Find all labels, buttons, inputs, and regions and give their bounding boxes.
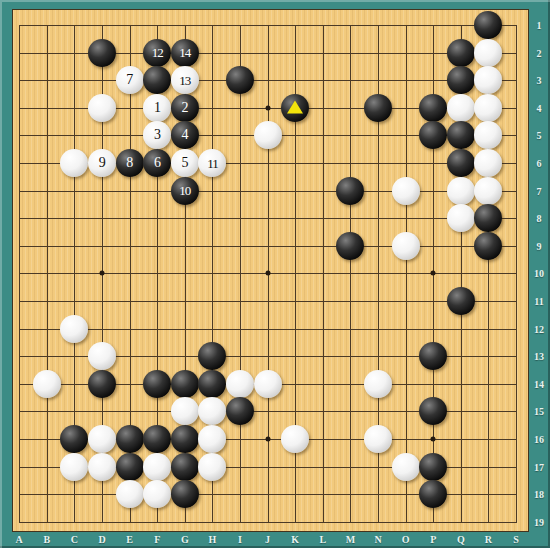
white-stone-K16[interactable]	[281, 425, 309, 453]
black-stone-R1[interactable]	[474, 11, 502, 39]
column-label-L: L	[319, 534, 326, 545]
black-stone-M9[interactable]	[336, 232, 364, 260]
column-label-K: K	[291, 534, 299, 545]
white-stone-H15[interactable]	[198, 397, 226, 425]
black-stone-Q3[interactable]	[447, 66, 475, 94]
white-stone-H16[interactable]	[198, 425, 226, 453]
black-stone-Q5[interactable]	[447, 121, 475, 149]
white-stone-B14[interactable]	[33, 370, 61, 398]
black-stone-G14[interactable]	[171, 370, 199, 398]
black-stone-H14[interactable]	[198, 370, 226, 398]
column-label-O: O	[402, 534, 410, 545]
black-stone-K4[interactable]	[281, 94, 309, 122]
star-point-P10	[431, 271, 436, 276]
column-label-G: G	[181, 534, 189, 545]
move-number-label: 10	[179, 184, 190, 197]
white-stone-R4[interactable]	[474, 94, 502, 122]
grid-line-v-I	[240, 25, 241, 523]
black-stone-P18[interactable]	[419, 480, 447, 508]
column-label-A: A	[16, 534, 23, 545]
column-label-H: H	[209, 534, 217, 545]
white-stone-R3[interactable]	[474, 66, 502, 94]
black-stone-P15[interactable]	[419, 397, 447, 425]
black-stone-M7[interactable]	[336, 177, 364, 205]
white-stone-D4[interactable]	[88, 94, 116, 122]
triangle-marker-icon	[287, 100, 303, 113]
row-label-5: 5	[537, 130, 542, 141]
move-number-label: 12	[152, 46, 163, 59]
white-stone-G3[interactable]: 13	[171, 66, 199, 94]
move-number-label: 3	[154, 128, 161, 142]
row-label-4: 4	[537, 102, 542, 113]
white-stone-R7[interactable]	[474, 177, 502, 205]
move-number-label: 6	[154, 156, 161, 170]
column-label-D: D	[98, 534, 105, 545]
black-stone-R8[interactable]	[474, 204, 502, 232]
row-label-7: 7	[537, 185, 542, 196]
black-stone-I3[interactable]	[226, 66, 254, 94]
grid-line-v-L	[323, 25, 324, 523]
white-stone-Q7[interactable]	[447, 177, 475, 205]
star-point-J4	[265, 105, 270, 110]
white-stone-C12[interactable]	[60, 315, 88, 343]
column-label-I: I	[238, 534, 242, 545]
black-stone-G4[interactable]: 2	[171, 94, 199, 122]
black-stone-E17[interactable]	[116, 453, 144, 481]
grid-line-v-B	[47, 25, 48, 523]
row-label-8: 8	[537, 213, 542, 224]
column-label-N: N	[374, 534, 381, 545]
white-stone-E3[interactable]: 7	[116, 66, 144, 94]
column-label-R: R	[485, 534, 492, 545]
row-label-6: 6	[537, 158, 542, 169]
move-number-label: 9	[99, 156, 106, 170]
star-point-P16	[431, 437, 436, 442]
star-point-D10	[100, 271, 105, 276]
row-label-13: 13	[534, 351, 544, 362]
move-number-label: 1	[154, 101, 161, 115]
black-stone-G2[interactable]: 14	[171, 39, 199, 67]
white-stone-F4[interactable]: 1	[143, 94, 171, 122]
row-label-17: 17	[534, 461, 544, 472]
black-stone-G7[interactable]: 10	[171, 177, 199, 205]
white-stone-Q4[interactable]	[447, 94, 475, 122]
black-stone-D2[interactable]	[88, 39, 116, 67]
black-stone-Q11[interactable]	[447, 287, 475, 315]
move-number-label: 14	[179, 46, 190, 59]
white-stone-H6[interactable]: 11	[198, 149, 226, 177]
row-label-9: 9	[537, 240, 542, 251]
white-stone-D17[interactable]	[88, 453, 116, 481]
column-label-S: S	[513, 534, 519, 545]
white-stone-C17[interactable]	[60, 453, 88, 481]
row-label-18: 18	[534, 489, 544, 500]
row-label-2: 2	[537, 47, 542, 58]
black-stone-R9[interactable]	[474, 232, 502, 260]
black-stone-G5[interactable]: 4	[171, 121, 199, 149]
grid-line-v-O	[406, 25, 407, 523]
row-label-10: 10	[534, 268, 544, 279]
white-stone-R6[interactable]	[474, 149, 502, 177]
grid-line-v-A	[19, 25, 20, 523]
row-label-11: 11	[534, 296, 543, 307]
black-stone-P13[interactable]	[419, 342, 447, 370]
black-stone-C16[interactable]	[60, 425, 88, 453]
white-stone-D13[interactable]	[88, 342, 116, 370]
grid-line-v-S	[516, 25, 517, 523]
column-label-C: C	[71, 534, 78, 545]
column-label-E: E	[126, 534, 133, 545]
column-label-B: B	[43, 534, 50, 545]
black-stone-P5[interactable]	[419, 121, 447, 149]
black-stone-P17[interactable]	[419, 453, 447, 481]
white-stone-G15[interactable]	[171, 397, 199, 425]
white-stone-O7[interactable]	[392, 177, 420, 205]
black-stone-F16[interactable]	[143, 425, 171, 453]
white-stone-J5[interactable]	[254, 121, 282, 149]
white-stone-O9[interactable]	[392, 232, 420, 260]
row-label-19: 19	[534, 516, 544, 527]
black-stone-N4[interactable]	[364, 94, 392, 122]
black-stone-H13[interactable]	[198, 342, 226, 370]
black-stone-Q6[interactable]	[447, 149, 475, 177]
white-stone-D6[interactable]: 9	[88, 149, 116, 177]
board-layer: 1214713123498651110ABCDEFGHIJKLMNOPQRS12…	[0, 0, 550, 548]
column-label-Q: Q	[457, 534, 465, 545]
star-point-J10	[265, 271, 270, 276]
white-stone-R5[interactable]	[474, 121, 502, 149]
move-number-label: 7	[126, 73, 133, 87]
black-stone-Q2[interactable]	[447, 39, 475, 67]
row-label-12: 12	[534, 323, 544, 334]
black-stone-G18[interactable]	[171, 480, 199, 508]
black-stone-F3[interactable]	[143, 66, 171, 94]
black-stone-P4[interactable]	[419, 94, 447, 122]
white-stone-C6[interactable]	[60, 149, 88, 177]
row-label-1: 1	[537, 20, 542, 31]
white-stone-N16[interactable]	[364, 425, 392, 453]
move-number-label: 13	[179, 74, 190, 87]
row-label-14: 14	[534, 378, 544, 389]
move-number-label: 5	[182, 156, 189, 170]
white-stone-O17[interactable]	[392, 453, 420, 481]
white-stone-R2[interactable]	[474, 39, 502, 67]
white-stone-N14[interactable]	[364, 370, 392, 398]
black-stone-E16[interactable]	[116, 425, 144, 453]
white-stone-H17[interactable]	[198, 453, 226, 481]
move-number-label: 8	[126, 156, 133, 170]
white-stone-D16[interactable]	[88, 425, 116, 453]
column-label-M: M	[346, 534, 355, 545]
grid-line-v-M	[350, 25, 351, 523]
move-number-label: 2	[182, 101, 189, 115]
move-number-label: 4	[182, 128, 189, 142]
white-stone-Q8[interactable]	[447, 204, 475, 232]
white-stone-J14[interactable]	[254, 370, 282, 398]
black-stone-D14[interactable]	[88, 370, 116, 398]
go-board-frame: 1214713123498651110ABCDEFGHIJKLMNOPQRS12…	[0, 0, 550, 548]
black-stone-F6[interactable]: 6	[143, 149, 171, 177]
white-stone-F5[interactable]: 3	[143, 121, 171, 149]
white-stone-F18[interactable]	[143, 480, 171, 508]
black-stone-G17[interactable]	[171, 453, 199, 481]
row-label-3: 3	[537, 75, 542, 86]
column-label-P: P	[430, 534, 436, 545]
move-number-label: 11	[207, 157, 218, 170]
row-label-15: 15	[534, 406, 544, 417]
column-label-F: F	[154, 534, 160, 545]
black-stone-E6[interactable]: 8	[116, 149, 144, 177]
white-stone-E18[interactable]	[116, 480, 144, 508]
black-stone-F2[interactable]: 12	[143, 39, 171, 67]
star-point-J16	[265, 437, 270, 442]
black-stone-I15[interactable]	[226, 397, 254, 425]
black-stone-F14[interactable]	[143, 370, 171, 398]
column-label-J: J	[265, 534, 270, 545]
row-label-16: 16	[534, 434, 544, 445]
white-stone-F17[interactable]	[143, 453, 171, 481]
black-stone-G16[interactable]	[171, 425, 199, 453]
white-stone-I14[interactable]	[226, 370, 254, 398]
white-stone-G6[interactable]: 5	[171, 149, 199, 177]
